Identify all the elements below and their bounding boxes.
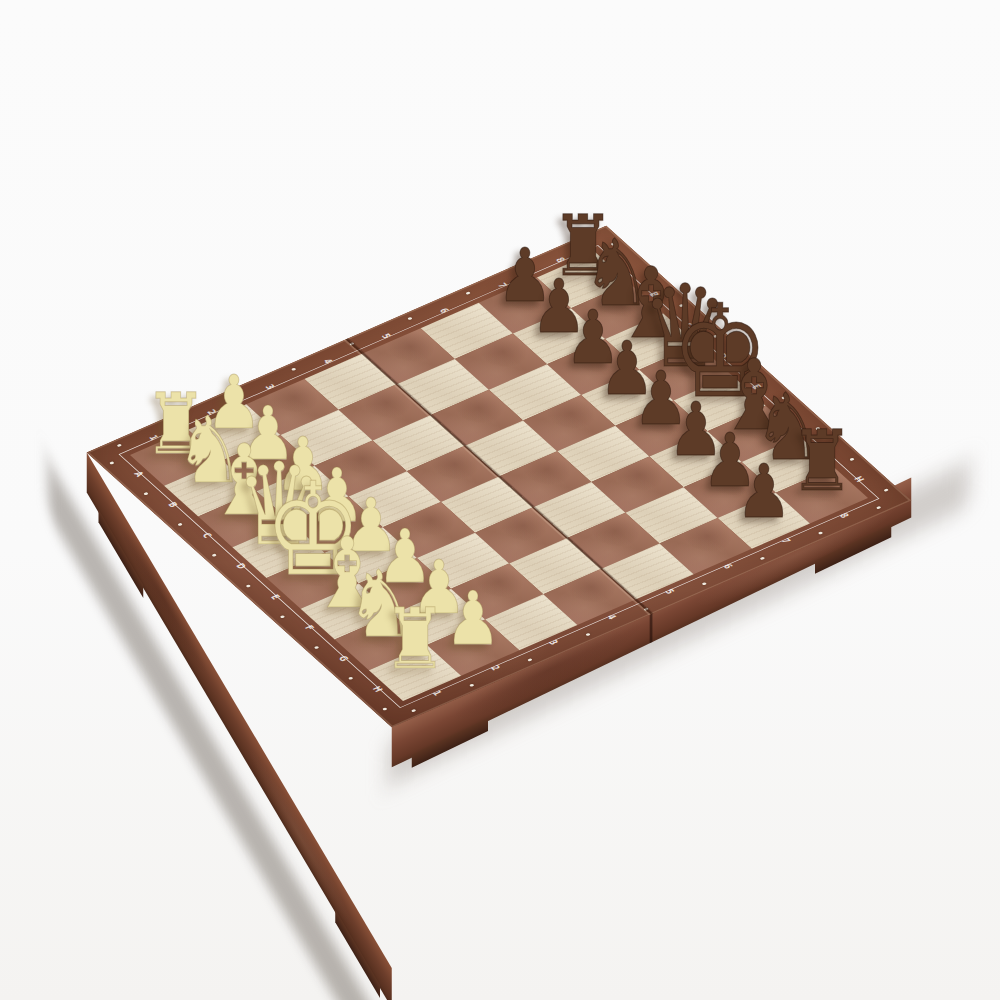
coordinate-label: 4 [321,358,335,366]
screw-dot [211,553,217,557]
screw-dot [407,317,413,321]
screw-dot [876,506,882,510]
screw-dot [527,658,533,662]
coordinate-label: 7 [779,537,793,545]
piece-white-rook[interactable]: ♜ [383,597,447,681]
screw-dot [760,557,766,561]
coordinate-label: 2 [489,664,503,672]
screw-dot [109,461,115,465]
screw-dot [382,707,388,711]
coordinate-label: 3 [547,639,561,647]
screw-dot [177,523,183,527]
screw-dot [465,291,471,295]
coordinate-label: 5 [379,332,393,340]
piece-white-pawn[interactable]: ♟ [445,580,501,654]
screw-dot [245,584,251,588]
coordinate-label: H [852,475,866,483]
coordinate-label: 4 [605,613,619,621]
screw-dot [314,646,320,650]
screw-dot [280,615,286,619]
screw-dot [411,709,417,713]
screw-dot [818,531,824,535]
screw-dot [116,444,122,448]
product-photo-scene: AABBCCDDEEFFGGHH1122334455667788 ♜♞♝♛♚♝♞… [0,0,1000,1000]
coordinate-label: 8 [837,512,851,520]
coordinate-label: 6 [721,562,735,570]
screw-dot [348,676,354,680]
piece-black-rook[interactable]: ♜ [790,419,854,503]
coordinate-label: 6 [438,307,452,315]
screw-dot [585,633,591,637]
screw-dot [701,582,707,586]
screw-dot [143,492,149,496]
screw-dot [469,684,475,688]
screw-dot [883,488,889,492]
screw-dot [291,368,297,372]
coordinate-label: 1 [431,689,445,697]
piece-black-pawn[interactable]: ♟ [735,454,791,528]
coordinate-label: 5 [663,588,677,596]
